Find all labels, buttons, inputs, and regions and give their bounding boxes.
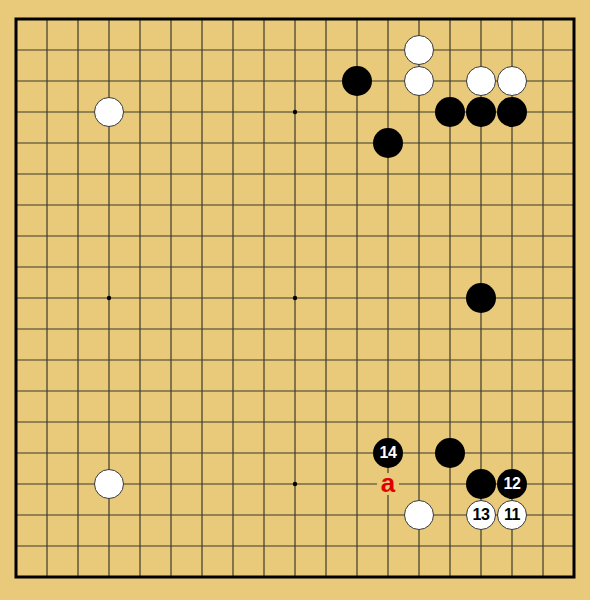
move-number-label: 11 — [504, 507, 520, 523]
go-board-diagram: 13111412 a — [0, 0, 590, 600]
stones-layer: 13111412 — [0, 0, 590, 600]
stone-white — [497, 66, 527, 96]
stone-black — [373, 128, 403, 158]
stone-black-move-12: 12 — [497, 469, 527, 499]
stone-white-move-11: 11 — [497, 500, 527, 530]
stone-white — [404, 35, 434, 65]
stone-black — [435, 438, 465, 468]
stone-black — [497, 97, 527, 127]
move-number-label: 14 — [380, 445, 397, 461]
move-number-label: 13 — [473, 507, 490, 523]
stone-black — [435, 97, 465, 127]
stone-black — [466, 283, 496, 313]
stone-black-move-14: 14 — [373, 438, 403, 468]
stone-black — [466, 97, 496, 127]
stone-white — [94, 469, 124, 499]
stone-white — [404, 500, 434, 530]
stone-white — [94, 97, 124, 127]
stone-black — [466, 469, 496, 499]
point-marker-a[interactable]: a — [377, 473, 399, 495]
stone-white — [466, 66, 496, 96]
stone-black — [342, 66, 372, 96]
stone-white — [404, 66, 434, 96]
move-number-label: 12 — [504, 476, 521, 492]
stone-white-move-13: 13 — [466, 500, 496, 530]
marker-label: a — [381, 470, 395, 496]
